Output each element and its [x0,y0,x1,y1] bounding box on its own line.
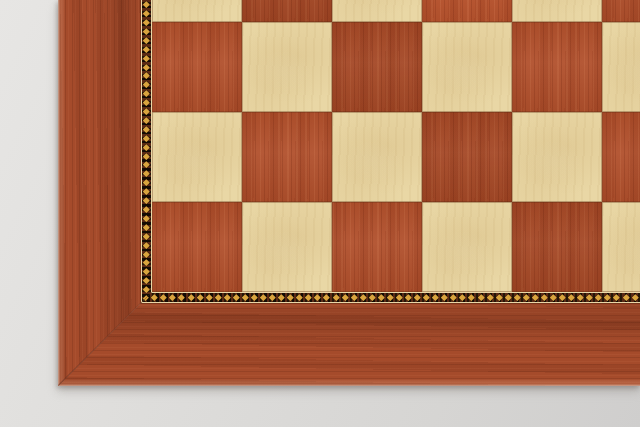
inlay-diamond [532,294,538,300]
inlay-diamond [432,294,438,300]
inlay-diamond [143,126,149,132]
inlay-diamond [595,294,601,300]
inlay-diamond [324,294,330,300]
square-e2 [512,112,602,202]
inlay-diamond [143,28,149,34]
photo-background [0,0,640,427]
inlay-diamond [143,117,149,123]
board-squares-grid [152,0,640,292]
inlay-diamond [505,294,511,300]
square-c3 [332,22,422,112]
inlay-diamond [143,10,149,16]
inlay-diamond [188,294,194,300]
inlay-diamond [441,294,447,300]
inlay-diamond [143,197,149,203]
inlay-diamond [469,294,475,300]
square-d4 [422,0,512,22]
inlay-diamond [278,294,284,300]
square-e3 [512,22,602,112]
square-c2 [332,112,422,202]
inlay-diamond [396,294,402,300]
square-a2 [152,112,242,202]
inlay-diamond [143,72,149,78]
inlay-diamond [143,64,149,70]
inlay-diamond [143,108,149,114]
inlay-diamond [143,215,149,221]
inlay-border-horizontal [141,292,640,303]
inlay-diamond [143,99,149,105]
inlay-diamond [523,294,529,300]
inlay-diamond [233,294,239,300]
inlay-diamond [143,268,149,274]
inlay-diamond [143,19,149,25]
inlay-diamond [143,251,149,257]
inlay-diamond [550,294,556,300]
inlay-diamond [296,294,302,300]
inlay-diamond [632,294,638,300]
square-f2 [602,112,640,202]
board-frame-bottom [58,303,640,386]
inlay-diamond [459,294,465,300]
square-b4 [242,0,332,22]
inlay-diamond [305,294,311,300]
inlay-diamond [378,294,384,300]
square-b1 [242,202,332,292]
square-d1 [422,202,512,292]
inlay-diamond [496,294,502,300]
inlay-diamond [577,294,583,300]
inlay-diamond [143,224,149,230]
inlay-diamond [342,294,348,300]
inlay-diamond [405,294,411,300]
inlay-diamond [143,277,149,283]
square-d3 [422,22,512,112]
inlay-diamond [242,294,248,300]
square-c4 [332,0,422,22]
inlay-diamond [169,294,175,300]
inlay-diamond [478,294,484,300]
inlay-diamond [197,294,203,300]
inlay-diamond [514,294,520,300]
inlay-diamond [287,294,293,300]
inlay-diamond [143,242,149,248]
inlay-diamond [387,294,393,300]
inlay-diamond [143,259,149,265]
square-f3 [602,22,640,112]
inlay-diamond [179,294,185,300]
square-d2 [422,112,512,202]
square-b3 [242,22,332,112]
square-f1 [602,202,640,292]
inlay-diamond [423,294,429,300]
inlay-diamond [251,294,257,300]
inlay-diamond [143,81,149,87]
square-e4 [512,0,602,22]
inlay-diamond [487,294,493,300]
square-e1 [512,202,602,292]
inlay-diamond [541,294,547,300]
inlay-diamond [450,294,456,300]
inlay-diamond [314,294,320,300]
inlay-diamond [559,294,565,300]
square-c1 [332,202,422,292]
inlay-diamond [160,294,166,300]
inlay-diamond [269,294,275,300]
inlay-diamond [143,37,149,43]
inlay-diamond [143,170,149,176]
inlay-diamond [215,294,221,300]
inlay-diamond [369,294,375,300]
inlay-diamond [224,294,230,300]
inlay-diamond [143,46,149,52]
inlay-diamond [143,188,149,194]
inlay-diamond [604,294,610,300]
square-a3 [152,22,242,112]
inlay-diamond [143,206,149,212]
inlay-diamond [351,294,357,300]
inlay-diamond [143,286,149,292]
inlay-diamond [260,294,266,300]
inlay-diamond [151,294,157,300]
square-a1 [152,202,242,292]
square-b2 [242,112,332,202]
inlay-diamond [143,55,149,61]
inlay-diamond [143,90,149,96]
inlay-diamond [333,294,339,300]
inlay-diamond [143,179,149,185]
inlay-diamond [143,162,149,168]
inlay-diamond [414,294,420,300]
square-a4 [152,0,242,22]
chess-board [0,0,640,427]
inlay-diamond [143,233,149,239]
inlay-diamond [586,294,592,300]
square-f4 [602,0,640,22]
inlay-diamond [568,294,574,300]
inlay-diamond [614,294,620,300]
inlay-border-vertical [141,0,152,303]
inlay-diamond [143,135,149,141]
inlay-diamond [143,1,149,7]
inlay-diamond [143,144,149,150]
inlay-diamond [360,294,366,300]
inlay-diamond [623,294,629,300]
inlay-diamond [143,153,149,159]
inlay-diamond [206,294,212,300]
